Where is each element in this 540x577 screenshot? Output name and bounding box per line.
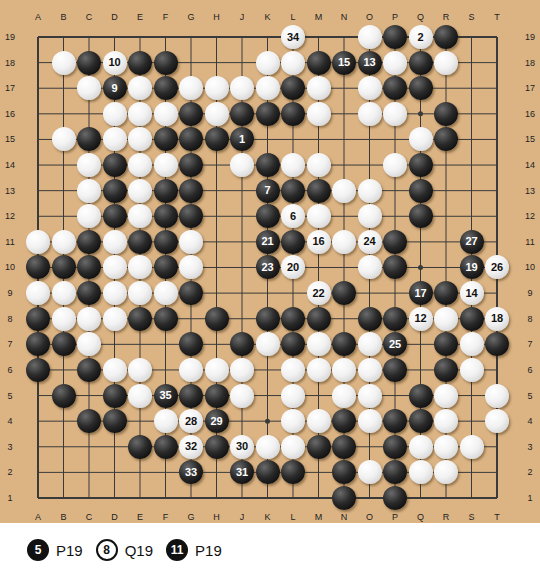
coord-right-9: 9: [520, 287, 540, 299]
stone-D5[interactable]: [103, 384, 127, 408]
stone-H4[interactable]: 29: [205, 409, 229, 433]
stone-F16[interactable]: [154, 102, 178, 126]
stone-O4[interactable]: [358, 409, 382, 433]
stone-D6[interactable]: [103, 358, 127, 382]
stone-K2[interactable]: [256, 460, 280, 484]
move-number-Q9: 17: [414, 288, 426, 299]
move-number-D18: 10: [108, 57, 120, 68]
move-number-S9: 14: [465, 288, 477, 299]
stone-F8[interactable]: [154, 307, 178, 331]
coord-top-E: E: [130, 11, 150, 23]
stone-D15[interactable]: [103, 127, 127, 151]
stone-R3[interactable]: [434, 435, 458, 459]
move-number-J3: 30: [236, 441, 248, 452]
stone-G4[interactable]: 28: [179, 409, 203, 433]
move-number-P7: 25: [389, 339, 401, 350]
stone-H17[interactable]: [205, 76, 229, 100]
stone-D8[interactable]: [103, 307, 127, 331]
coord-right-10: 10: [520, 261, 540, 273]
coord-left-3: 3: [0, 441, 20, 453]
coord-top-S: S: [462, 11, 482, 23]
coord-right-4: 4: [520, 415, 540, 427]
coord-bottom-L: L: [283, 511, 303, 523]
stone-R16[interactable]: [434, 102, 458, 126]
stone-N4[interactable]: [332, 409, 356, 433]
coord-top-N: N: [334, 11, 354, 23]
stone-L11[interactable]: [281, 230, 305, 254]
stone-E13[interactable]: [128, 179, 152, 203]
stone-R4[interactable]: [434, 409, 458, 433]
stone-S7[interactable]: [460, 332, 484, 356]
stone-K17[interactable]: [256, 76, 280, 100]
stone-D11[interactable]: [103, 230, 127, 254]
caption-stone-black-5: 5: [27, 539, 49, 561]
stone-N5[interactable]: [332, 384, 356, 408]
stone-R18[interactable]: [434, 51, 458, 75]
stone-F3[interactable]: [154, 435, 178, 459]
stone-R19[interactable]: [434, 25, 458, 49]
move-number-J2: 31: [236, 467, 248, 478]
stone-F15[interactable]: [154, 127, 178, 151]
stone-K3[interactable]: [256, 435, 280, 459]
coord-top-G: G: [181, 11, 201, 23]
coord-right-2: 2: [520, 466, 540, 478]
stone-O18[interactable]: 13: [358, 51, 382, 75]
move-number-D17: 9: [111, 83, 117, 94]
stone-P18[interactable]: [383, 51, 407, 75]
coord-right-17: 17: [520, 82, 540, 94]
stone-E16[interactable]: [128, 102, 152, 126]
stone-Q12[interactable]: [409, 204, 433, 228]
coord-right-13: 13: [520, 185, 540, 197]
coord-left-4: 4: [0, 415, 20, 427]
move-number-K13: 7: [264, 185, 270, 196]
coord-left-19: 19: [0, 31, 20, 43]
go-board[interactable]: AABBCCDDEEFFGGHHJJKKLLMMNNOOPPQQRRSSTT19…: [0, 0, 540, 523]
stone-Q15[interactable]: [409, 127, 433, 151]
stone-B5[interactable]: [52, 384, 76, 408]
stone-Q8[interactable]: 12: [409, 307, 433, 331]
stone-D16[interactable]: [103, 102, 127, 126]
stone-R9[interactable]: [434, 281, 458, 305]
stone-P16[interactable]: [383, 102, 407, 126]
move-number-S11: 27: [465, 236, 477, 247]
move-number-F5: 35: [159, 390, 171, 401]
coord-top-K: K: [258, 11, 278, 23]
caption-coord-11: P19: [195, 542, 222, 559]
stone-F5[interactable]: 35: [154, 384, 178, 408]
coord-left-13: 13: [0, 185, 20, 197]
move-number-N18: 15: [338, 57, 350, 68]
move-number-T8: 18: [491, 313, 503, 324]
stone-E3[interactable]: [128, 435, 152, 459]
coord-left-1: 1: [0, 492, 20, 504]
coord-top-F: F: [156, 11, 176, 23]
stone-Q13[interactable]: [409, 179, 433, 203]
stone-A9[interactable]: [26, 281, 50, 305]
coord-right-18: 18: [520, 57, 540, 69]
coord-left-8: 8: [0, 313, 20, 325]
stone-B15[interactable]: [52, 127, 76, 151]
stone-N13[interactable]: [332, 179, 356, 203]
move-number-Q8: 12: [414, 313, 426, 324]
stone-B7[interactable]: [52, 332, 76, 356]
stone-K10[interactable]: 23: [256, 255, 280, 279]
star-point-K4: [265, 419, 270, 424]
stone-O11[interactable]: 24: [358, 230, 382, 254]
coord-left-5: 5: [0, 390, 20, 402]
stone-H16[interactable]: [205, 102, 229, 126]
stone-O5[interactable]: [358, 384, 382, 408]
stone-H6[interactable]: [205, 358, 229, 382]
stone-K11[interactable]: 21: [256, 230, 280, 254]
stone-E14[interactable]: [128, 153, 152, 177]
stone-C4[interactable]: [77, 409, 101, 433]
coord-bottom-J: J: [232, 511, 252, 523]
coord-bottom-B: B: [54, 511, 74, 523]
coord-left-17: 17: [0, 82, 20, 94]
stone-H8[interactable]: [205, 307, 229, 331]
stone-B9[interactable]: [52, 281, 76, 305]
coord-bottom-O: O: [360, 511, 380, 523]
stone-F4[interactable]: [154, 409, 178, 433]
caption-coord-8: Q19: [125, 542, 153, 559]
stone-C8[interactable]: [77, 307, 101, 331]
stone-O6[interactable]: [358, 358, 382, 382]
star-point-Q16: [418, 111, 423, 116]
stone-O2[interactable]: [358, 460, 382, 484]
coord-left-14: 14: [0, 159, 20, 171]
stone-C18[interactable]: [77, 51, 101, 75]
stone-S10[interactable]: 19: [460, 255, 484, 279]
stone-M14[interactable]: [307, 153, 331, 177]
stone-D12[interactable]: [103, 204, 127, 228]
stone-G13[interactable]: [179, 179, 203, 203]
stone-P1[interactable]: [383, 486, 407, 510]
stone-M11[interactable]: 16: [307, 230, 331, 254]
stone-O12[interactable]: [358, 204, 382, 228]
stone-M4[interactable]: [307, 409, 331, 433]
stone-H5[interactable]: [205, 384, 229, 408]
stone-O10[interactable]: [358, 255, 382, 279]
stone-F12[interactable]: [154, 204, 178, 228]
stone-G3[interactable]: 32: [179, 435, 203, 459]
stone-L13[interactable]: [281, 179, 305, 203]
coord-bottom-N: N: [334, 511, 354, 523]
stone-B18[interactable]: [52, 51, 76, 75]
stone-J14[interactable]: [230, 153, 254, 177]
move-number-S10: 19: [465, 262, 477, 273]
stone-M16[interactable]: [307, 102, 331, 126]
stone-C14[interactable]: [77, 153, 101, 177]
stone-L6[interactable]: [281, 358, 305, 382]
stone-Q4[interactable]: [409, 409, 433, 433]
stone-N9[interactable]: [332, 281, 356, 305]
stone-M13[interactable]: [307, 179, 331, 203]
stone-G9[interactable]: [179, 281, 203, 305]
coord-bottom-K: K: [258, 511, 278, 523]
stone-Q18[interactable]: [409, 51, 433, 75]
stone-T8[interactable]: 18: [485, 307, 509, 331]
coord-right-19: 19: [520, 31, 540, 43]
coord-bottom-G: G: [181, 511, 201, 523]
coord-top-J: J: [232, 11, 252, 23]
coord-left-2: 2: [0, 466, 20, 478]
stone-S6[interactable]: [460, 358, 484, 382]
stone-F13[interactable]: [154, 179, 178, 203]
move-number-L10: 20: [287, 262, 299, 273]
coord-top-Q: Q: [411, 11, 431, 23]
stone-G5[interactable]: [179, 384, 203, 408]
coord-top-O: O: [360, 11, 380, 23]
stone-C13[interactable]: [77, 179, 101, 203]
stone-M12[interactable]: [307, 204, 331, 228]
coord-left-7: 7: [0, 338, 20, 350]
move-number-G4: 28: [185, 416, 197, 427]
coord-left-6: 6: [0, 364, 20, 376]
coord-top-C: C: [79, 11, 99, 23]
coord-bottom-C: C: [79, 511, 99, 523]
coord-right-12: 12: [520, 210, 540, 222]
stone-D13[interactable]: [103, 179, 127, 203]
stone-E9[interactable]: [128, 281, 152, 305]
stone-A8[interactable]: [26, 307, 50, 331]
move-number-G2: 33: [185, 467, 197, 478]
stone-D17[interactable]: 9: [103, 76, 127, 100]
coord-left-15: 15: [0, 133, 20, 145]
coord-top-T: T: [487, 11, 507, 23]
stone-D14[interactable]: [103, 153, 127, 177]
move-number-H4: 29: [210, 416, 222, 427]
coord-right-6: 6: [520, 364, 540, 376]
coord-bottom-H: H: [207, 511, 227, 523]
stone-S8[interactable]: [460, 307, 484, 331]
stone-N6[interactable]: [332, 358, 356, 382]
stone-F10[interactable]: [154, 255, 178, 279]
coord-top-D: D: [105, 11, 125, 23]
stone-M9[interactable]: 22: [307, 281, 331, 305]
stone-M17[interactable]: [307, 76, 331, 100]
coord-right-1: 1: [520, 492, 540, 504]
stone-M6[interactable]: [307, 358, 331, 382]
coord-right-3: 3: [520, 441, 540, 453]
stone-Q19[interactable]: 2: [409, 25, 433, 49]
move-caption-bar: 5 P19 8 Q19 11 P19: [0, 523, 540, 577]
coord-right-5: 5: [520, 390, 540, 402]
stone-L5[interactable]: [281, 384, 305, 408]
stone-P3[interactable]: [383, 435, 407, 459]
stone-O19[interactable]: [358, 25, 382, 49]
stone-B10[interactable]: [52, 255, 76, 279]
stone-M3[interactable]: [307, 435, 331, 459]
stone-P6[interactable]: [383, 358, 407, 382]
stone-Q17[interactable]: [409, 76, 433, 100]
stone-C6[interactable]: [77, 358, 101, 382]
stone-D4[interactable]: [103, 409, 127, 433]
stone-D10[interactable]: [103, 255, 127, 279]
stone-L4[interactable]: [281, 409, 305, 433]
coord-bottom-Q: Q: [411, 511, 431, 523]
coord-top-M: M: [309, 11, 329, 23]
stone-S9[interactable]: 14: [460, 281, 484, 305]
stone-N18[interactable]: 15: [332, 51, 356, 75]
move-number-J15: 1: [239, 134, 245, 145]
coord-left-10: 10: [0, 261, 20, 273]
caption-coord-5: P19: [56, 542, 83, 559]
stone-G16[interactable]: [179, 102, 203, 126]
stone-N1[interactable]: [332, 486, 356, 510]
coord-right-14: 14: [520, 159, 540, 171]
stone-L3[interactable]: [281, 435, 305, 459]
stone-T4[interactable]: [485, 409, 509, 433]
stone-J16[interactable]: [230, 102, 254, 126]
stone-K16[interactable]: [256, 102, 280, 126]
coord-right-8: 8: [520, 313, 540, 325]
stone-J3[interactable]: 30: [230, 435, 254, 459]
coord-left-11: 11: [0, 236, 20, 248]
move-number-L19: 34: [287, 32, 299, 43]
coord-top-L: L: [283, 11, 303, 23]
stone-E5[interactable]: [128, 384, 152, 408]
coord-right-15: 15: [520, 133, 540, 145]
stone-O8[interactable]: [358, 307, 382, 331]
coord-bottom-A: A: [28, 511, 48, 523]
stone-K7[interactable]: [256, 332, 280, 356]
stone-L16[interactable]: [281, 102, 305, 126]
coord-bottom-T: T: [487, 511, 507, 523]
stone-E11[interactable]: [128, 230, 152, 254]
stone-A6[interactable]: [26, 358, 50, 382]
caption-stone-white-8: 8: [96, 539, 118, 561]
stone-J6[interactable]: [230, 358, 254, 382]
stone-Q3[interactable]: [409, 435, 433, 459]
stone-K14[interactable]: [256, 153, 280, 177]
stone-G14[interactable]: [179, 153, 203, 177]
coord-bottom-M: M: [309, 511, 329, 523]
stone-H3[interactable]: [205, 435, 229, 459]
stone-P19[interactable]: [383, 25, 407, 49]
stone-F11[interactable]: [154, 230, 178, 254]
stone-L8[interactable]: [281, 307, 305, 331]
coord-top-P: P: [385, 11, 405, 23]
coord-right-11: 11: [520, 236, 540, 248]
move-number-Q19: 2: [417, 32, 423, 43]
coord-top-R: R: [436, 11, 456, 23]
coord-left-9: 9: [0, 287, 20, 299]
coord-top-A: A: [28, 11, 48, 23]
stone-H15[interactable]: [205, 127, 229, 151]
stone-B11[interactable]: [52, 230, 76, 254]
coord-bottom-R: R: [436, 511, 456, 523]
stone-E18[interactable]: [128, 51, 152, 75]
stone-F17[interactable]: [154, 76, 178, 100]
stone-L19[interactable]: 34: [281, 25, 305, 49]
coord-top-B: B: [54, 11, 74, 23]
stone-P4[interactable]: [383, 409, 407, 433]
coord-left-18: 18: [0, 57, 20, 69]
move-number-O18: 13: [363, 57, 375, 68]
stone-P11[interactable]: [383, 230, 407, 254]
stone-G6[interactable]: [179, 358, 203, 382]
stone-F18[interactable]: [154, 51, 178, 75]
coord-bottom-E: E: [130, 511, 150, 523]
coord-bottom-D: D: [105, 511, 125, 523]
stone-B8[interactable]: [52, 307, 76, 331]
coord-bottom-F: F: [156, 511, 176, 523]
stone-A11[interactable]: [26, 230, 50, 254]
stone-K13[interactable]: 7: [256, 179, 280, 203]
stone-F9[interactable]: [154, 281, 178, 305]
stone-Q2[interactable]: [409, 460, 433, 484]
move-number-K11: 21: [261, 236, 273, 247]
stone-K12[interactable]: [256, 204, 280, 228]
move-number-G3: 32: [185, 441, 197, 452]
stone-S11[interactable]: 27: [460, 230, 484, 254]
stone-P14[interactable]: [383, 153, 407, 177]
coord-right-16: 16: [520, 108, 540, 120]
stone-O17[interactable]: [358, 76, 382, 100]
stone-M18[interactable]: [307, 51, 331, 75]
stone-T5[interactable]: [485, 384, 509, 408]
stone-S3[interactable]: [460, 435, 484, 459]
coord-bottom-P: P: [385, 511, 405, 523]
stone-F14[interactable]: [154, 153, 178, 177]
stone-R6[interactable]: [434, 358, 458, 382]
stone-P8[interactable]: [383, 307, 407, 331]
stone-N11[interactable]: [332, 230, 356, 254]
stone-O16[interactable]: [358, 102, 382, 126]
stone-L14[interactable]: [281, 153, 305, 177]
stone-J5[interactable]: [230, 384, 254, 408]
stone-D18[interactable]: 10: [103, 51, 127, 75]
coord-right-7: 7: [520, 338, 540, 350]
caption-stone-black-11: 11: [166, 539, 188, 561]
stone-R8[interactable]: [434, 307, 458, 331]
move-number-T10: 26: [491, 262, 503, 273]
star-point-Q10: [418, 265, 423, 270]
stone-M7[interactable]: [307, 332, 331, 356]
move-number-L12: 6: [290, 211, 296, 222]
coord-left-16: 16: [0, 108, 20, 120]
stone-Q9[interactable]: 17: [409, 281, 433, 305]
stone-K18[interactable]: [256, 51, 280, 75]
stone-K8[interactable]: [256, 307, 280, 331]
stone-Q14[interactable]: [409, 153, 433, 177]
stone-D9[interactable]: [103, 281, 127, 305]
stone-Q5[interactable]: [409, 384, 433, 408]
move-number-K10: 23: [261, 262, 273, 273]
stone-N3[interactable]: [332, 435, 356, 459]
coord-bottom-S: S: [462, 511, 482, 523]
stone-R5[interactable]: [434, 384, 458, 408]
stone-O7[interactable]: [358, 332, 382, 356]
stone-O13[interactable]: [358, 179, 382, 203]
stone-L18[interactable]: [281, 51, 305, 75]
coord-left-12: 12: [0, 210, 20, 222]
stone-C9[interactable]: [77, 281, 101, 305]
stone-E8[interactable]: [128, 307, 152, 331]
move-number-M11: 16: [312, 236, 324, 247]
go-board-page: AABBCCDDEEFFGGHHJJKKLLMMNNOOPPQQRRSSTT19…: [0, 0, 540, 577]
stone-M8[interactable]: [307, 307, 331, 331]
move-number-M9: 22: [312, 288, 324, 299]
coord-top-H: H: [207, 11, 227, 23]
stone-G11[interactable]: [179, 230, 203, 254]
stone-E6[interactable]: [128, 358, 152, 382]
move-number-O11: 24: [363, 236, 375, 247]
stone-C11[interactable]: [77, 230, 101, 254]
